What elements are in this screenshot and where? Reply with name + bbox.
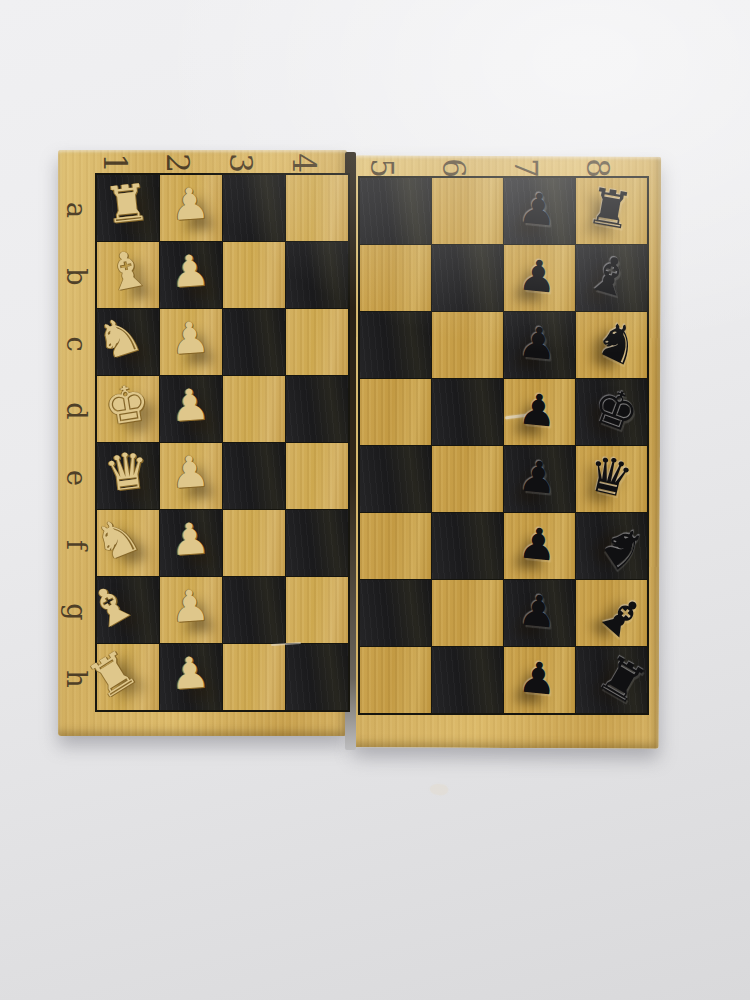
rank-label-2: 2 <box>162 153 193 173</box>
piece-black-pawn-f7[interactable]: ♟ <box>517 521 560 568</box>
square-a5[interactable] <box>360 178 431 244</box>
square-b5[interactable] <box>360 245 431 311</box>
photo-background: 12345678abcdefgh ♜♟♟♜♝♟♟♝♞♟♟♞♚♟♟♚♛♟♟♛♞♟♟… <box>0 0 750 1000</box>
square-g4[interactable] <box>286 577 348 643</box>
square-a6[interactable] <box>432 178 503 244</box>
chessboard: 12345678abcdefgh ♜♟♟♜♝♟♟♝♞♟♟♞♚♟♟♚♛♟♟♛♞♟♟… <box>58 148 660 752</box>
square-f5[interactable] <box>360 513 431 579</box>
square-d3[interactable] <box>223 376 285 442</box>
piece-white-pawn-c2[interactable]: ♟ <box>169 316 210 362</box>
rank-label-5: 5 <box>366 158 397 178</box>
square-g5[interactable] <box>360 580 431 646</box>
square-b3[interactable] <box>223 242 285 308</box>
square-d6[interactable] <box>432 379 503 445</box>
square-c4[interactable] <box>286 309 348 375</box>
piece-white-pawn-g2[interactable]: ♟ <box>169 584 210 630</box>
square-h6[interactable] <box>432 647 503 713</box>
square-c6[interactable] <box>432 312 503 378</box>
piece-black-pawn-h7[interactable]: ♟ <box>517 655 560 702</box>
rank-label-3: 3 <box>225 153 256 173</box>
piece-white-pawn-d2[interactable]: ♟ <box>169 383 210 429</box>
piece-black-pawn-b7[interactable]: ♟ <box>517 253 560 300</box>
square-h4[interactable] <box>286 644 348 710</box>
square-a3[interactable] <box>223 175 285 241</box>
square-c5[interactable] <box>360 312 431 378</box>
square-f6[interactable] <box>432 513 503 579</box>
square-e6[interactable] <box>432 446 503 512</box>
piece-white-queen-e1[interactable]: ♛ <box>102 444 153 499</box>
file-label-e: e <box>63 470 90 486</box>
piece-black-pawn-c7[interactable]: ♟ <box>517 320 560 367</box>
square-c3[interactable] <box>223 309 285 375</box>
square-h5[interactable] <box>360 647 431 713</box>
square-f4[interactable] <box>286 510 348 576</box>
rank-label-4: 4 <box>288 153 319 173</box>
file-label-a: a <box>63 202 90 218</box>
rank-label-7: 7 <box>510 158 541 178</box>
square-e3[interactable] <box>223 443 285 509</box>
square-e4[interactable] <box>286 443 348 509</box>
rank-label-8: 8 <box>582 158 613 178</box>
file-label-f: f <box>63 540 90 550</box>
square-a4[interactable] <box>286 175 348 241</box>
square-e5[interactable] <box>360 446 431 512</box>
piece-black-pawn-a7[interactable]: ♟ <box>517 186 560 233</box>
file-label-c: c <box>63 336 90 351</box>
piece-white-pawn-a2[interactable]: ♟ <box>169 182 210 228</box>
piece-white-pawn-b2[interactable]: ♟ <box>169 249 210 295</box>
piece-black-pawn-e7[interactable]: ♟ <box>517 454 560 501</box>
piece-white-pawn-h2[interactable]: ♟ <box>169 651 210 697</box>
rank-label-1: 1 <box>99 153 130 173</box>
square-d5[interactable] <box>360 379 431 445</box>
square-f3[interactable] <box>223 510 285 576</box>
square-b4[interactable] <box>286 242 348 308</box>
file-label-b: b <box>63 268 90 285</box>
piece-black-pawn-g7[interactable]: ♟ <box>517 588 560 635</box>
rank-label-6: 6 <box>438 158 469 178</box>
square-b6[interactable] <box>432 245 503 311</box>
piece-white-rook-a1[interactable]: ♜ <box>102 177 152 231</box>
file-label-d: d <box>63 402 90 419</box>
piece-white-pawn-f2[interactable]: ♟ <box>169 517 210 563</box>
piece-black-rook-a8[interactable]: ♜ <box>584 180 637 237</box>
piece-black-pawn-d7[interactable]: ♟ <box>517 387 560 434</box>
square-h3[interactable] <box>223 644 285 710</box>
piece-white-pawn-e2[interactable]: ♟ <box>169 450 210 496</box>
piece-white-king-d1[interactable]: ♚ <box>101 377 153 433</box>
square-g6[interactable] <box>432 580 503 646</box>
square-d4[interactable] <box>286 376 348 442</box>
scratch-mark <box>429 782 449 797</box>
square-g3[interactable] <box>223 577 285 643</box>
